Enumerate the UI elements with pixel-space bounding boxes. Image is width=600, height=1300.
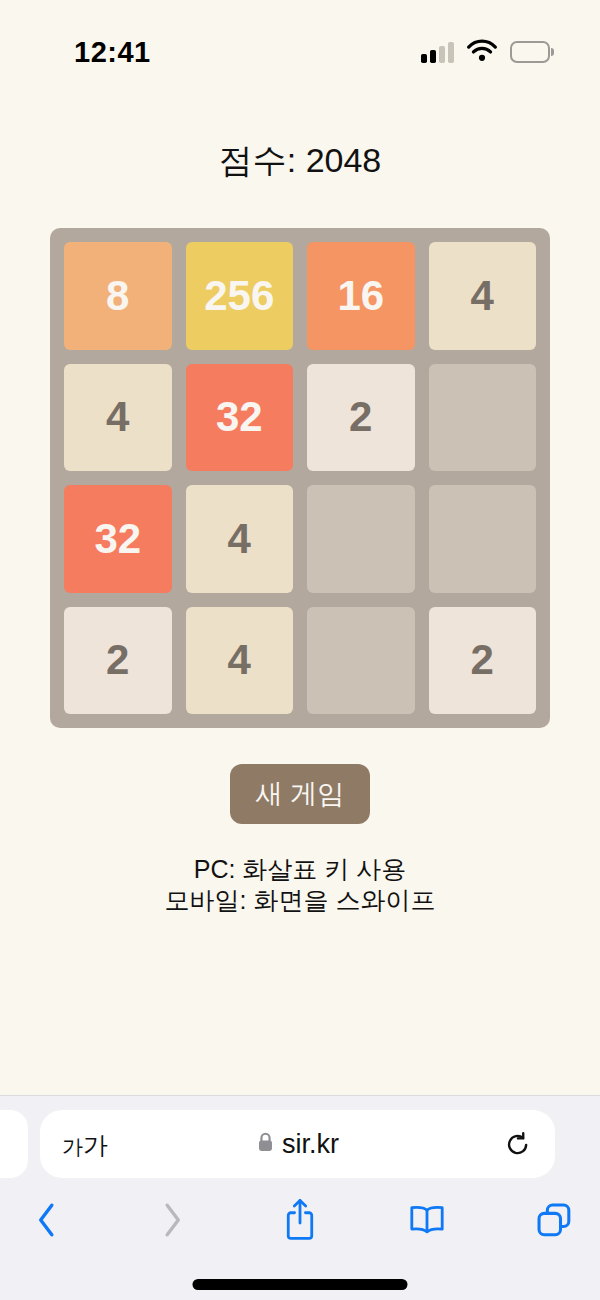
empty-cell-r2c4 (429, 364, 537, 472)
wifi-icon (466, 38, 498, 66)
game-board[interactable]: 82561644322324242 (50, 228, 550, 728)
url-center: sir.kr (256, 1110, 339, 1178)
new-game-button[interactable]: 새 게임 (230, 764, 371, 824)
tile-2-r4c4: 2 (429, 607, 537, 715)
url-row: 가가 sir.kr (0, 1110, 600, 1178)
empty-cell-r3c4 (429, 485, 537, 593)
instructions-line-pc: PC: 화살표 키 사용 (0, 854, 600, 885)
instructions-line-mobile: 모바일: 화면을 스와이프 (0, 885, 600, 916)
tile-4-r1c4: 4 (429, 242, 537, 350)
status-icons (421, 38, 554, 66)
tile-4-r3c2: 4 (186, 485, 294, 593)
tile-4-r4c2: 4 (186, 607, 294, 715)
tile-4-r2c1: 4 (64, 364, 172, 472)
score-title: 점수: 2048 (0, 138, 600, 182)
url-text: sir.kr (282, 1129, 339, 1160)
status-bar: 12:41 (0, 0, 600, 90)
adjacent-tab-edge[interactable] (0, 1110, 28, 1178)
phone-screen: 12:41 점수: 2048 82561644322324242 새 게임 (0, 0, 600, 1300)
tile-2-r4c1: 2 (64, 607, 172, 715)
browser-chrome: 가가 sir.kr (0, 1095, 600, 1300)
button-row: 새 게임 (0, 764, 600, 824)
address-bar[interactable]: 가가 sir.kr (40, 1110, 555, 1178)
instructions-text: PC: 화살표 키 사용 모바일: 화면을 스와이프 (0, 854, 600, 916)
forward-button[interactable] (147, 1194, 199, 1246)
tile-16-r1c3: 16 (307, 242, 415, 350)
back-button[interactable] (20, 1194, 72, 1246)
tile-8-r1c1: 8 (64, 242, 172, 350)
bookmarks-button[interactable] (401, 1194, 453, 1246)
tile-32-r2c2: 32 (186, 364, 294, 472)
cellular-signal-icon (421, 42, 454, 63)
tile-256-r1c2: 256 (186, 242, 294, 350)
browser-toolbar (0, 1194, 600, 1246)
home-indicator[interactable] (193, 1279, 408, 1290)
lock-icon (256, 1130, 274, 1159)
empty-cell-r4c3 (307, 607, 415, 715)
tile-2-r2c3: 2 (307, 364, 415, 472)
tile-32-r3c1: 32 (64, 485, 172, 593)
reload-button[interactable] (495, 1110, 539, 1178)
text-size-button[interactable]: 가가 (62, 1110, 108, 1178)
empty-cell-r3c3 (307, 485, 415, 593)
share-button[interactable] (274, 1194, 326, 1246)
battery-icon (510, 41, 554, 63)
clock-text: 12:41 (74, 36, 151, 69)
tabs-button[interactable] (528, 1194, 580, 1246)
